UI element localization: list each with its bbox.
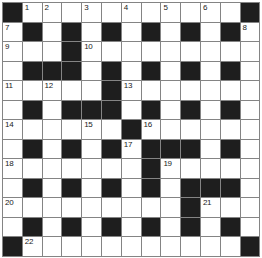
cell-r10c3[interactable] bbox=[62, 198, 81, 217]
cell-r12c8[interactable] bbox=[161, 237, 180, 256]
cell-r8c4[interactable] bbox=[82, 159, 101, 178]
cell-r8c11[interactable] bbox=[221, 159, 240, 178]
cell-r4c11[interactable] bbox=[221, 81, 240, 100]
cell-r9c2[interactable] bbox=[43, 179, 62, 198]
block-cell-r7c8 bbox=[161, 140, 180, 159]
cell-r3c8[interactable] bbox=[161, 62, 180, 81]
cell-r8c9[interactable] bbox=[181, 159, 200, 178]
cell-r4c6[interactable]: 13 bbox=[122, 81, 141, 100]
cell-r2c6[interactable] bbox=[122, 42, 141, 61]
cell-r10c4[interactable] bbox=[82, 198, 101, 217]
block-cell-r7c11 bbox=[221, 140, 240, 159]
cell-r4c7[interactable] bbox=[142, 81, 161, 100]
cell-r0c4[interactable]: 3 bbox=[82, 3, 101, 22]
block-cell-r3c11 bbox=[221, 62, 240, 81]
block-cell-r9c1 bbox=[23, 179, 42, 198]
cell-r9c4[interactable] bbox=[82, 179, 101, 198]
block-cell-r11c7 bbox=[142, 218, 161, 237]
cell-r2c1[interactable] bbox=[23, 42, 42, 61]
cell-r10c11[interactable] bbox=[221, 198, 240, 217]
block-cell-r11c1 bbox=[23, 218, 42, 237]
cell-r8c5[interactable] bbox=[102, 159, 121, 178]
cell-r7c10[interactable] bbox=[201, 140, 220, 159]
cell-r12c4[interactable] bbox=[82, 237, 101, 256]
cell-r1c6[interactable] bbox=[122, 23, 141, 42]
cell-r2c10[interactable] bbox=[201, 42, 220, 61]
block-cell-r9c11 bbox=[221, 179, 240, 198]
cell-r11c10[interactable] bbox=[201, 218, 220, 237]
cell-r8c12[interactable] bbox=[241, 159, 260, 178]
cell-r5c2[interactable] bbox=[43, 101, 62, 120]
block-cell-r1c5 bbox=[102, 23, 121, 42]
cell-r7c6[interactable]: 17 bbox=[122, 140, 141, 159]
crossword-board: 12345678910111213141516171819202122 bbox=[2, 2, 260, 257]
block-cell-r5c5 bbox=[102, 101, 121, 120]
block-cell-r9c3 bbox=[62, 179, 81, 198]
block-cell-r11c9 bbox=[181, 218, 200, 237]
block-cell-r11c11 bbox=[221, 218, 240, 237]
cell-r4c9[interactable] bbox=[181, 81, 200, 100]
clue-number-20: 20 bbox=[5, 199, 13, 207]
cell-r6c12[interactable] bbox=[241, 120, 260, 139]
cell-r2c11[interactable] bbox=[221, 42, 240, 61]
cell-r3c4[interactable] bbox=[82, 62, 101, 81]
cell-r10c2[interactable] bbox=[43, 198, 62, 217]
clue-number-6: 6 bbox=[203, 4, 207, 12]
block-cell-r3c2 bbox=[43, 62, 62, 81]
cell-r0c6[interactable]: 4 bbox=[122, 3, 141, 22]
clue-number-8: 8 bbox=[243, 24, 247, 32]
cell-r2c7[interactable] bbox=[142, 42, 161, 61]
cell-r1c4[interactable] bbox=[82, 23, 101, 42]
cell-r10c8[interactable] bbox=[161, 198, 180, 217]
clue-number-18: 18 bbox=[5, 160, 13, 168]
cell-r10c5[interactable] bbox=[102, 198, 121, 217]
clue-number-15: 15 bbox=[84, 121, 92, 129]
block-cell-r7c7 bbox=[142, 140, 161, 159]
cell-r12c5[interactable] bbox=[102, 237, 121, 256]
cell-r0c3[interactable] bbox=[62, 3, 81, 22]
cell-r2c8[interactable] bbox=[161, 42, 180, 61]
cell-r12c1[interactable]: 22 bbox=[23, 237, 42, 256]
cell-r10c12[interactable] bbox=[241, 198, 260, 217]
clue-number-2: 2 bbox=[45, 4, 49, 12]
block-cell-r5c3 bbox=[62, 101, 81, 120]
block-cell-r12c0 bbox=[3, 237, 22, 256]
block-cell-r3c1 bbox=[23, 62, 42, 81]
cell-r8c8[interactable]: 19 bbox=[161, 159, 180, 178]
cell-r7c12[interactable] bbox=[241, 140, 260, 159]
block-cell-r5c7 bbox=[142, 101, 161, 120]
block-cell-r9c7 bbox=[142, 179, 161, 198]
cell-r1c0[interactable]: 7 bbox=[3, 23, 22, 42]
clue-number-12: 12 bbox=[45, 82, 53, 90]
block-cell-r3c7 bbox=[142, 62, 161, 81]
cell-r11c2[interactable] bbox=[43, 218, 62, 237]
cell-r1c10[interactable] bbox=[201, 23, 220, 42]
cell-r6c5[interactable] bbox=[102, 120, 121, 139]
cell-r5c10[interactable] bbox=[201, 101, 220, 120]
cell-r10c7[interactable] bbox=[142, 198, 161, 217]
block-cell-r7c3 bbox=[62, 140, 81, 159]
cell-r4c1[interactable] bbox=[23, 81, 42, 100]
cell-r12c10[interactable] bbox=[201, 237, 220, 256]
block-cell-r5c11 bbox=[221, 101, 240, 120]
cell-r3c12[interactable] bbox=[241, 62, 260, 81]
block-cell-r1c11 bbox=[221, 23, 240, 42]
block-cell-r0c12 bbox=[241, 3, 260, 22]
cell-r6c1[interactable] bbox=[23, 120, 42, 139]
clue-number-17: 17 bbox=[124, 141, 132, 149]
cell-r8c10[interactable] bbox=[201, 159, 220, 178]
cell-r5c12[interactable] bbox=[241, 101, 260, 120]
clue-number-11: 11 bbox=[5, 82, 13, 90]
cell-r2c9[interactable] bbox=[181, 42, 200, 61]
cell-r9c12[interactable] bbox=[241, 179, 260, 198]
block-cell-r1c1 bbox=[23, 23, 42, 42]
cell-r10c0[interactable]: 20 bbox=[3, 198, 22, 217]
cell-r8c1[interactable] bbox=[23, 159, 42, 178]
cell-r9c6[interactable] bbox=[122, 179, 141, 198]
cell-r4c2[interactable]: 12 bbox=[43, 81, 62, 100]
cell-r5c8[interactable] bbox=[161, 101, 180, 120]
cell-r2c5[interactable] bbox=[102, 42, 121, 61]
cell-r3c6[interactable] bbox=[122, 62, 141, 81]
cell-r8c2[interactable] bbox=[43, 159, 62, 178]
cell-r8c3[interactable] bbox=[62, 159, 81, 178]
block-cell-r7c1 bbox=[23, 140, 42, 159]
cell-r10c1[interactable] bbox=[23, 198, 42, 217]
clue-number-22: 22 bbox=[25, 238, 33, 246]
cell-r3c0[interactable] bbox=[3, 62, 22, 81]
cell-r2c12[interactable] bbox=[241, 42, 260, 61]
block-cell-r1c7 bbox=[142, 23, 161, 42]
cell-r5c6[interactable] bbox=[122, 101, 141, 120]
cell-r5c0[interactable] bbox=[3, 101, 22, 120]
cell-r11c4[interactable] bbox=[82, 218, 101, 237]
cell-r6c2[interactable] bbox=[43, 120, 62, 139]
cell-r4c12[interactable] bbox=[241, 81, 260, 100]
block-cell-r12c12 bbox=[241, 237, 260, 256]
block-cell-r5c9 bbox=[181, 101, 200, 120]
cell-r7c2[interactable] bbox=[43, 140, 62, 159]
clue-number-9: 9 bbox=[5, 43, 9, 51]
block-cell-r7c9 bbox=[181, 140, 200, 159]
crossword-page: 12345678910111213141516171819202122 bbox=[0, 0, 262, 258]
block-cell-r4c5 bbox=[102, 81, 121, 100]
block-cell-r2c3 bbox=[62, 42, 81, 61]
cell-r1c12[interactable]: 8 bbox=[241, 23, 260, 42]
block-cell-r3c9 bbox=[181, 62, 200, 81]
cell-r11c12[interactable] bbox=[241, 218, 260, 237]
block-cell-r7c5 bbox=[102, 140, 121, 159]
cell-r7c4[interactable] bbox=[82, 140, 101, 159]
block-cell-r10c9 bbox=[181, 198, 200, 217]
cell-r11c0[interactable] bbox=[3, 218, 22, 237]
block-cell-r8c7 bbox=[142, 159, 161, 178]
block-cell-r5c1 bbox=[23, 101, 42, 120]
clue-number-14: 14 bbox=[5, 121, 13, 129]
cell-r4c3[interactable] bbox=[62, 81, 81, 100]
cell-r0c7[interactable] bbox=[142, 3, 161, 22]
cell-r6c7[interactable]: 16 bbox=[142, 120, 161, 139]
block-cell-r1c9 bbox=[181, 23, 200, 42]
block-cell-r6c6 bbox=[122, 120, 141, 139]
cell-r12c7[interactable] bbox=[142, 237, 161, 256]
cell-r0c11[interactable] bbox=[221, 3, 240, 22]
clue-number-10: 10 bbox=[84, 43, 92, 51]
cell-r6c8[interactable] bbox=[161, 120, 180, 139]
cell-r10c10[interactable]: 21 bbox=[201, 198, 220, 217]
cell-r8c6[interactable] bbox=[122, 159, 141, 178]
block-cell-r9c10 bbox=[201, 179, 220, 198]
block-cell-r0c0 bbox=[3, 3, 22, 22]
clue-number-1: 1 bbox=[25, 4, 29, 12]
cell-r0c5[interactable] bbox=[102, 3, 121, 22]
cell-r0c10[interactable]: 6 bbox=[201, 3, 220, 22]
cell-r0c1[interactable]: 1 bbox=[23, 3, 42, 22]
cell-r9c0[interactable] bbox=[3, 179, 22, 198]
block-cell-r11c5 bbox=[102, 218, 121, 237]
cell-r6c4[interactable]: 15 bbox=[82, 120, 101, 139]
cell-r6c0[interactable]: 14 bbox=[3, 120, 22, 139]
cell-r12c3[interactable] bbox=[62, 237, 81, 256]
cell-r0c2[interactable]: 2 bbox=[43, 3, 62, 22]
cell-r12c2[interactable] bbox=[43, 237, 62, 256]
cell-r12c6[interactable] bbox=[122, 237, 141, 256]
block-cell-r9c5 bbox=[102, 179, 121, 198]
block-cell-r9c9 bbox=[181, 179, 200, 198]
cell-r4c0[interactable]: 11 bbox=[3, 81, 22, 100]
block-cell-r5c4 bbox=[82, 101, 101, 120]
cell-r4c4[interactable] bbox=[82, 81, 101, 100]
cell-r0c9[interactable] bbox=[181, 3, 200, 22]
cell-r10c6[interactable] bbox=[122, 198, 141, 217]
clue-number-19: 19 bbox=[163, 160, 171, 168]
block-cell-r3c3 bbox=[62, 62, 81, 81]
clue-number-21: 21 bbox=[203, 199, 211, 207]
cell-r4c8[interactable] bbox=[161, 81, 180, 100]
cell-r9c8[interactable] bbox=[161, 179, 180, 198]
cell-r2c2[interactable] bbox=[43, 42, 62, 61]
clue-number-7: 7 bbox=[5, 24, 9, 32]
cell-r6c9[interactable] bbox=[181, 120, 200, 139]
cell-r11c8[interactable] bbox=[161, 218, 180, 237]
block-cell-r11c3 bbox=[62, 218, 81, 237]
cell-r1c2[interactable] bbox=[43, 23, 62, 42]
clue-number-16: 16 bbox=[144, 121, 152, 129]
cell-r6c10[interactable] bbox=[201, 120, 220, 139]
clue-number-4: 4 bbox=[124, 4, 128, 12]
clue-number-5: 5 bbox=[163, 4, 167, 12]
cell-r4c10[interactable] bbox=[201, 81, 220, 100]
cell-r8c0[interactable]: 18 bbox=[3, 159, 22, 178]
cell-r12c9[interactable] bbox=[181, 237, 200, 256]
cell-r1c8[interactable] bbox=[161, 23, 180, 42]
cell-r2c4[interactable]: 10 bbox=[82, 42, 101, 61]
cell-r12c11[interactable] bbox=[221, 237, 240, 256]
cell-r2c0[interactable]: 9 bbox=[3, 42, 22, 61]
clue-number-3: 3 bbox=[84, 4, 88, 12]
block-cell-r1c3 bbox=[62, 23, 81, 42]
cell-r11c6[interactable] bbox=[122, 218, 141, 237]
cell-r0c8[interactable]: 5 bbox=[161, 3, 180, 22]
cell-r6c11[interactable] bbox=[221, 120, 240, 139]
clue-number-13: 13 bbox=[124, 82, 132, 90]
block-cell-r3c5 bbox=[102, 62, 121, 81]
cell-r6c3[interactable] bbox=[62, 120, 81, 139]
cell-r3c10[interactable] bbox=[201, 62, 220, 81]
cell-r7c0[interactable] bbox=[3, 140, 22, 159]
